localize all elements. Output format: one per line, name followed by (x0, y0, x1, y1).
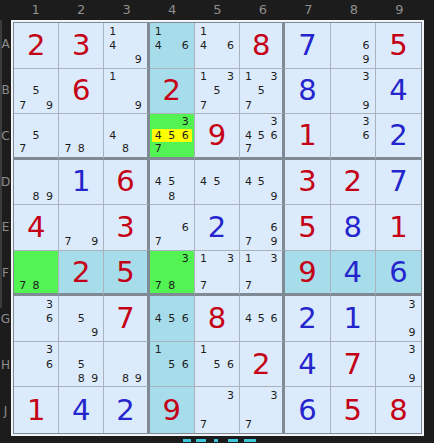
status-text-fragment (214, 439, 218, 442)
row-label-A: A (0, 21, 11, 67)
candidates-E2: 79 (61, 206, 101, 249)
candidate-C1-5: 5 (29, 129, 42, 143)
candidates-G4: 456 (152, 297, 192, 340)
candidate-slot-empty (268, 206, 281, 220)
cell-D1[interactable]: 89 (14, 160, 59, 206)
cell-C6[interactable]: 34567 (240, 114, 285, 160)
candidate-C6-5: 5 (255, 129, 268, 143)
digit-G3: 7 (116, 304, 134, 333)
cell-F1[interactable]: 78 (14, 251, 59, 297)
cell-C7[interactable]: 1 (285, 114, 330, 160)
candidate-slot-empty (268, 98, 281, 112)
candidate-J5-7: 7 (197, 417, 210, 432)
candidate-slot-empty (346, 38, 359, 52)
cell-F4[interactable]: 378 (150, 251, 195, 297)
cell-B7[interactable]: 8 (285, 69, 330, 115)
candidate-slot-empty (359, 84, 372, 98)
candidate-slot-empty (255, 161, 268, 175)
cell-B8[interactable]: 39 (331, 69, 376, 115)
candidate-slot-empty (224, 84, 237, 98)
digit-J7: 6 (298, 396, 316, 425)
candidate-B5-7: 7 (197, 98, 210, 112)
cell-C8[interactable]: 36 (331, 114, 376, 160)
cell-J1[interactable]: 1 (14, 387, 59, 433)
cell-F5[interactable]: 137 (195, 251, 240, 297)
candidate-F4-8: 8 (165, 279, 178, 293)
cell-A5[interactable]: 146 (195, 23, 240, 69)
candidate-slot-empty (152, 297, 165, 311)
cell-G5[interactable]: 8 (195, 296, 240, 342)
cell-J3[interactable]: 2 (104, 387, 149, 433)
candidate-C6-7: 7 (242, 142, 255, 156)
cell-A1[interactable]: 2 (14, 23, 59, 69)
candidate-J5-3: 3 (224, 388, 237, 403)
candidate-slot-empty (16, 70, 29, 84)
candidate-C6-4: 4 (242, 129, 255, 143)
cell-E2[interactable]: 79 (59, 205, 104, 251)
candidate-slot-empty (378, 371, 392, 385)
row-label-D: D (0, 159, 11, 205)
candidates-B1: 579 (16, 70, 56, 113)
cell-H2[interactable]: 589 (59, 342, 104, 388)
sudoku-board-frame: 2314914614687695579619213571357839457784… (11, 20, 424, 436)
candidate-slot-empty (197, 265, 210, 279)
cell-D2[interactable]: 1 (59, 160, 104, 206)
candidate-slot-empty (88, 115, 101, 129)
row-label-E: E (0, 205, 11, 251)
digit-F2: 2 (72, 258, 90, 287)
candidates-F6: 137 (242, 252, 280, 293)
candidate-slot-empty (210, 98, 223, 112)
candidates-G2: 59 (61, 297, 101, 340)
candidate-slot-empty (132, 115, 145, 129)
candidate-slot-empty (132, 24, 145, 38)
row-label-C: C (0, 113, 11, 159)
cell-H6[interactable]: 2 (240, 342, 285, 388)
row-label-G: G (0, 296, 11, 342)
candidates-G1: 36 (16, 297, 56, 340)
candidate-slot-empty (255, 115, 268, 129)
digit-J9: 8 (389, 396, 407, 425)
candidate-G4-6: 6 (178, 312, 191, 326)
candidate-slot-empty (75, 129, 88, 143)
candidate-slot-empty (268, 279, 281, 293)
candidates-J6: 37 (242, 388, 280, 432)
candidate-slot-empty (16, 312, 29, 326)
candidate-D6-4: 4 (242, 175, 255, 189)
candidate-slot-empty (43, 70, 56, 84)
candidate-slot-empty (165, 38, 178, 52)
cell-C3[interactable]: 48 (104, 114, 149, 160)
candidate-slot-empty (178, 142, 191, 156)
candidate-slot-empty (268, 403, 281, 418)
cell-A3[interactable]: 149 (104, 23, 149, 69)
candidates-B6: 1357 (242, 70, 280, 113)
candidate-D6-9: 9 (268, 189, 281, 203)
cell-A6[interactable]: 8 (240, 23, 285, 69)
candidates-H2: 589 (61, 343, 101, 386)
candidate-slot-empty (165, 115, 178, 129)
candidate-C2-7: 7 (61, 142, 74, 156)
candidate-F6-1: 1 (242, 252, 255, 266)
candidate-slot-empty (29, 252, 42, 266)
candidate-B8-9: 9 (359, 98, 372, 112)
candidate-G6-6: 6 (268, 312, 281, 326)
candidate-C8-3: 3 (359, 115, 372, 129)
candidate-slot-empty (224, 52, 237, 66)
candidates-H9: 39 (378, 343, 419, 386)
candidate-slot-empty (210, 189, 223, 203)
candidate-slot-empty (165, 52, 178, 66)
cell-C1[interactable]: 57 (14, 114, 59, 160)
cell-E1[interactable]: 4 (14, 205, 59, 251)
cell-J8[interactable]: 5 (331, 387, 376, 433)
candidate-G6-4: 4 (242, 312, 255, 326)
candidate-slot-empty (43, 326, 56, 340)
candidate-G4-5: 5 (165, 312, 178, 326)
cell-C5[interactable]: 9 (195, 114, 240, 160)
digit-A1: 2 (27, 31, 45, 60)
cell-H5[interactable]: 156 (195, 342, 240, 388)
candidate-slot-empty (242, 403, 255, 418)
cell-D7[interactable]: 3 (285, 160, 330, 206)
col-label-3: 3 (104, 0, 149, 19)
candidate-C4-6: 6 (178, 129, 191, 143)
cell-F8[interactable]: 4 (331, 251, 376, 297)
candidate-slot-empty (152, 161, 165, 175)
candidate-C3-8: 8 (119, 142, 132, 156)
candidate-slot-empty (210, 265, 223, 279)
candidate-slot-empty (119, 84, 132, 98)
candidate-A5-6: 6 (224, 38, 237, 52)
cell-E6[interactable]: 679 (240, 205, 285, 251)
cell-G1[interactable]: 36 (14, 296, 59, 342)
candidate-H5-5: 5 (210, 357, 223, 371)
cell-G2[interactable]: 59 (59, 296, 104, 342)
candidate-slot-empty (359, 142, 372, 156)
candidate-slot-empty (178, 24, 191, 38)
candidate-slot-empty (29, 265, 42, 279)
cell-E4[interactable]: 67 (150, 205, 195, 251)
candidate-H1-6: 6 (43, 357, 56, 371)
candidate-slot-empty (75, 235, 88, 249)
digit-C7: 1 (298, 121, 316, 150)
candidate-slot-empty (29, 312, 42, 326)
digit-A6: 8 (252, 31, 270, 60)
cell-G3[interactable]: 7 (104, 296, 149, 342)
candidate-slot-empty (178, 189, 191, 203)
candidate-slot-empty (255, 388, 268, 403)
candidate-slot-empty (88, 142, 101, 156)
candidate-slot-empty (242, 189, 255, 203)
candidate-slot-empty (178, 279, 191, 293)
digit-J4: 9 (163, 396, 181, 425)
candidate-slot-empty (61, 297, 74, 311)
candidate-F1-7: 7 (16, 279, 29, 293)
candidate-slot-empty (210, 343, 223, 357)
candidate-slot-empty (152, 252, 165, 266)
cell-J2[interactable]: 4 (59, 387, 104, 433)
cell-B5[interactable]: 1357 (195, 69, 240, 115)
cell-D6[interactable]: 459 (240, 160, 285, 206)
candidate-slot-empty (268, 142, 281, 156)
candidate-slot-empty (43, 115, 56, 129)
candidate-slot-empty (16, 265, 29, 279)
cell-B4[interactable]: 2 (150, 69, 195, 115)
candidate-slot-empty (165, 220, 178, 234)
candidate-slot-empty (224, 24, 237, 38)
candidate-J6-3: 3 (268, 388, 281, 403)
cell-E5[interactable]: 2 (195, 205, 240, 251)
digit-F7: 9 (298, 258, 316, 287)
candidate-slot-empty (119, 24, 132, 38)
candidate-slot-empty (255, 98, 268, 112)
candidate-slot-empty (210, 24, 223, 38)
candidate-slot-empty (29, 357, 42, 371)
candidate-slot-empty (333, 52, 346, 66)
candidate-slot-empty (88, 343, 101, 357)
candidate-slot-empty (165, 24, 178, 38)
cell-F2[interactable]: 2 (59, 251, 104, 297)
candidate-slot-empty (210, 252, 223, 266)
candidate-slot-empty (16, 84, 29, 98)
candidate-slot-empty (392, 297, 406, 311)
candidate-slot-empty (378, 343, 392, 357)
cell-G9[interactable]: 39 (376, 296, 421, 342)
digit-J2: 4 (72, 396, 90, 425)
cell-B1[interactable]: 579 (14, 69, 59, 115)
cell-J7[interactable]: 6 (285, 387, 330, 433)
cell-H9[interactable]: 39 (376, 342, 421, 388)
candidate-F6-3: 3 (268, 252, 281, 266)
candidate-slot-empty (61, 357, 74, 371)
candidate-slot-empty (132, 357, 145, 371)
candidate-slot-empty (346, 84, 359, 98)
cell-D9[interactable]: 7 (376, 160, 421, 206)
candidate-F5-7: 7 (197, 279, 210, 293)
candidate-D5-4: 4 (197, 175, 210, 189)
cell-D8[interactable]: 2 (331, 160, 376, 206)
cell-F6[interactable]: 137 (240, 251, 285, 297)
candidate-slot-empty (333, 129, 346, 143)
digit-E9: 1 (389, 213, 407, 242)
cell-G7[interactable]: 2 (285, 296, 330, 342)
digit-H7: 4 (298, 350, 316, 379)
candidate-E4-7: 7 (152, 235, 165, 249)
candidates-C2: 78 (61, 115, 101, 156)
candidates-C3: 48 (106, 115, 144, 156)
cell-A8[interactable]: 69 (331, 23, 376, 69)
candidate-slot-empty (16, 371, 29, 385)
candidates-J5: 37 (197, 388, 237, 432)
cell-C4[interactable]: 34567 (150, 114, 195, 160)
cell-F3[interactable]: 5 (104, 251, 149, 297)
candidate-slot-empty (165, 142, 178, 156)
cell-C2[interactable]: 78 (59, 114, 104, 160)
col-label-6: 6 (240, 0, 285, 19)
candidate-H2-5: 5 (75, 357, 88, 371)
candidate-slot-empty (106, 52, 119, 66)
cell-B3[interactable]: 19 (104, 69, 149, 115)
candidates-B3: 19 (106, 70, 144, 113)
candidate-G1-6: 6 (43, 312, 56, 326)
candidate-H5-6: 6 (224, 357, 237, 371)
cell-E7[interactable]: 5 (285, 205, 330, 251)
candidate-B8-3: 3 (359, 70, 372, 84)
candidate-slot-empty (75, 220, 88, 234)
cell-J4[interactable]: 9 (150, 387, 195, 433)
digit-E5: 2 (208, 213, 226, 242)
col-label-5: 5 (195, 0, 240, 19)
candidate-slot-empty (88, 220, 101, 234)
candidate-slot-empty (224, 175, 237, 189)
cell-J5[interactable]: 37 (195, 387, 240, 433)
digit-E8: 8 (343, 213, 361, 242)
candidate-slot-empty (106, 343, 119, 357)
candidate-slot-empty (61, 371, 74, 385)
cell-H3[interactable]: 89 (104, 342, 149, 388)
candidate-A8-6: 6 (359, 38, 372, 52)
cell-D4[interactable]: 458 (150, 160, 195, 206)
cell-H4[interactable]: 156 (150, 342, 195, 388)
candidate-slot-empty (29, 70, 42, 84)
candidate-slot-empty (242, 161, 255, 175)
candidate-slot-empty (88, 297, 101, 311)
candidate-slot-empty (255, 279, 268, 293)
cell-F7[interactable]: 9 (285, 251, 330, 297)
cell-D3[interactable]: 6 (104, 160, 149, 206)
candidate-slot-empty (29, 326, 42, 340)
candidate-slot-empty (152, 265, 165, 279)
digit-E3: 3 (116, 213, 134, 242)
candidate-slot-empty (29, 297, 42, 311)
candidate-slot-empty (132, 38, 145, 52)
candidate-slot-empty (16, 129, 29, 143)
candidate-slot-empty (268, 175, 281, 189)
cell-E8[interactable]: 8 (331, 205, 376, 251)
candidate-slot-empty (16, 189, 29, 203)
candidate-slot-empty (346, 115, 359, 129)
candidate-slot-empty (178, 235, 191, 249)
cell-G6[interactable]: 456 (240, 296, 285, 342)
cell-B9[interactable]: 4 (376, 69, 421, 115)
cell-C9[interactable]: 2 (376, 114, 421, 160)
cell-A2[interactable]: 3 (59, 23, 104, 69)
cell-B6[interactable]: 1357 (240, 69, 285, 115)
cell-D5[interactable]: 45 (195, 160, 240, 206)
candidate-slot-empty (43, 142, 56, 156)
cell-E3[interactable]: 3 (104, 205, 149, 251)
candidate-slot-empty (16, 175, 29, 189)
row-label-F: F (0, 250, 11, 296)
candidate-slot-empty (152, 326, 165, 340)
candidate-slot-empty (346, 129, 359, 143)
cell-A7[interactable]: 7 (285, 23, 330, 69)
candidate-slot-empty (75, 115, 88, 129)
cell-E9[interactable]: 1 (376, 205, 421, 251)
candidates-A5: 146 (197, 24, 237, 67)
cell-H7[interactable]: 4 (285, 342, 330, 388)
candidate-slot-empty (16, 297, 29, 311)
candidate-slot-empty (119, 70, 132, 84)
candidate-slot-empty (152, 357, 165, 371)
status-text-fragment (183, 439, 191, 442)
candidate-G2-5: 5 (75, 312, 88, 326)
cell-A9[interactable]: 5 (376, 23, 421, 69)
candidate-F4-7: 7 (152, 279, 165, 293)
candidate-A8-9: 9 (359, 52, 372, 66)
candidate-slot-empty (359, 24, 372, 38)
candidate-slot-empty (165, 297, 178, 311)
candidates-B8: 39 (333, 70, 373, 113)
cell-B2[interactable]: 6 (59, 69, 104, 115)
cell-F9[interactable]: 6 (376, 251, 421, 297)
candidate-slot-empty (178, 52, 191, 66)
candidates-A4: 146 (152, 24, 192, 67)
digit-F9: 6 (389, 258, 407, 287)
candidate-slot-empty (378, 326, 392, 340)
candidate-slot-empty (152, 371, 165, 385)
candidate-slot-empty (29, 142, 42, 156)
candidate-slot-empty (178, 175, 191, 189)
candidate-C6-3: 3 (268, 115, 281, 129)
candidate-slot-empty (405, 312, 419, 326)
cell-H8[interactable]: 7 (331, 342, 376, 388)
candidate-slot-empty (29, 115, 42, 129)
candidate-slot-empty (197, 357, 210, 371)
candidate-slot-empty (119, 38, 132, 52)
candidate-slot-empty (119, 115, 132, 129)
candidate-slot-empty (255, 326, 268, 340)
candidate-slot-empty (255, 189, 268, 203)
candidate-D4-5: 5 (165, 175, 178, 189)
candidate-H4-1: 1 (152, 343, 165, 357)
candidate-slot-empty (405, 357, 419, 371)
candidate-slot-empty (255, 403, 268, 418)
cell-J9[interactable]: 8 (376, 387, 421, 433)
candidates-C6: 34567 (242, 115, 280, 156)
candidate-slot-empty (268, 84, 281, 98)
candidate-F5-1: 1 (197, 252, 210, 266)
candidate-slot-empty (210, 279, 223, 293)
candidate-slot-empty (197, 161, 210, 175)
candidate-slot-empty (165, 252, 178, 266)
col-label-2: 2 (58, 0, 103, 19)
cell-A4[interactable]: 146 (150, 23, 195, 69)
candidate-slot-empty (224, 403, 237, 418)
cell-G4[interactable]: 456 (150, 296, 195, 342)
digit-D9: 7 (389, 167, 407, 196)
digit-G5: 8 (208, 304, 226, 333)
candidate-slot-empty (255, 142, 268, 156)
cell-J6[interactable]: 37 (240, 387, 285, 433)
cell-G8[interactable]: 1 (331, 296, 376, 342)
candidate-slot-empty (119, 343, 132, 357)
col-label-4: 4 (149, 0, 194, 19)
candidate-slot-empty (268, 161, 281, 175)
sudoku-grid: 2314914614687695579619213571357839457784… (13, 22, 422, 434)
candidate-slot-empty (88, 357, 101, 371)
status-text-fragment (244, 439, 256, 442)
candidate-slot-empty (242, 220, 255, 234)
cell-H1[interactable]: 36 (14, 342, 59, 388)
candidate-A4-4: 4 (152, 38, 165, 52)
candidate-C1-7: 7 (16, 142, 29, 156)
candidate-slot-empty (392, 312, 406, 326)
candidate-E6-9: 9 (268, 235, 281, 249)
candidate-slot-empty (197, 189, 210, 203)
candidate-slot-empty (165, 265, 178, 279)
